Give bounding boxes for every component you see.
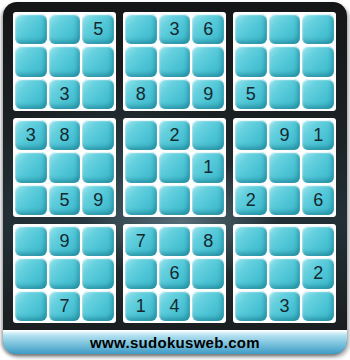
box-r3c1: 97 xyxy=(13,224,116,323)
cell-r2c4 xyxy=(125,46,157,76)
cell-r2c2 xyxy=(49,46,81,76)
cell-r5c2 xyxy=(49,152,81,182)
cell-r9c3 xyxy=(82,291,114,321)
cell-r4c2: 8 xyxy=(49,120,81,150)
cell-r8c4 xyxy=(125,258,157,288)
cell-r6c7: 2 xyxy=(235,185,267,215)
cell-r1c1 xyxy=(15,14,47,44)
box-r1c1: 53 xyxy=(13,12,116,111)
cell-r8c5: 6 xyxy=(159,258,191,288)
cell-r3c6: 9 xyxy=(192,79,224,109)
box-r1c3: 5 xyxy=(233,12,336,111)
cell-r6c2: 5 xyxy=(49,185,81,215)
cell-r7c5 xyxy=(159,226,191,256)
box-r3c3: 23 xyxy=(233,224,336,323)
cell-r7c8 xyxy=(269,226,301,256)
cell-r1c8 xyxy=(269,14,301,44)
cell-r1c4 xyxy=(125,14,157,44)
cell-r1c7 xyxy=(235,14,267,44)
cell-r9c5: 4 xyxy=(159,291,191,321)
cell-r2c3 xyxy=(82,46,114,76)
cell-r5c7 xyxy=(235,152,267,182)
cell-r8c3 xyxy=(82,258,114,288)
cell-r5c5 xyxy=(159,152,191,182)
cell-r2c9 xyxy=(302,46,334,76)
cell-r3c3 xyxy=(82,79,114,109)
website-link[interactable]: www.sudokusweb.com xyxy=(90,334,260,351)
cell-r2c7 xyxy=(235,46,267,76)
cell-r5c4 xyxy=(125,152,157,182)
cell-r4c9: 1 xyxy=(302,120,334,150)
cell-r2c5 xyxy=(159,46,191,76)
cell-r4c5: 2 xyxy=(159,120,191,150)
cell-r6c1 xyxy=(15,185,47,215)
box-r2c3: 9126 xyxy=(233,118,336,217)
cell-r7c3 xyxy=(82,226,114,256)
cell-r7c2: 9 xyxy=(49,226,81,256)
cell-r4c1: 3 xyxy=(15,120,47,150)
cell-r2c1 xyxy=(15,46,47,76)
cell-r4c4 xyxy=(125,120,157,150)
cell-r4c7 xyxy=(235,120,267,150)
cell-r7c6: 8 xyxy=(192,226,224,256)
cell-r6c6 xyxy=(192,185,224,215)
cell-r3c9 xyxy=(302,79,334,109)
cell-r6c8 xyxy=(269,185,301,215)
box-r1c2: 3689 xyxy=(123,12,226,111)
cell-r8c1 xyxy=(15,258,47,288)
cell-r3c2: 3 xyxy=(49,79,81,109)
cell-r8c2 xyxy=(49,258,81,288)
sudoku-board-panel: 53368953859219126977861423 www.sudokuswe… xyxy=(3,2,347,354)
cell-r9c7 xyxy=(235,291,267,321)
cell-r1c2 xyxy=(49,14,81,44)
cell-r6c9: 6 xyxy=(302,185,334,215)
cell-r9c1 xyxy=(15,291,47,321)
cell-r3c7: 5 xyxy=(235,79,267,109)
cell-r5c8 xyxy=(269,152,301,182)
box-r2c2: 21 xyxy=(123,118,226,217)
cell-r8c9: 2 xyxy=(302,258,334,288)
cell-r7c9 xyxy=(302,226,334,256)
cell-r9c8: 3 xyxy=(269,291,301,321)
sudoku-board: 53368953859219126977861423 xyxy=(13,12,336,323)
cell-r5c9 xyxy=(302,152,334,182)
cell-r8c6 xyxy=(192,258,224,288)
cell-r9c2: 7 xyxy=(49,291,81,321)
cell-r5c3 xyxy=(82,152,114,182)
box-r2c1: 3859 xyxy=(13,118,116,217)
cell-r6c5 xyxy=(159,185,191,215)
cell-r5c1 xyxy=(15,152,47,182)
cell-r9c9 xyxy=(302,291,334,321)
cell-r3c5 xyxy=(159,79,191,109)
cell-r2c6 xyxy=(192,46,224,76)
cell-r6c3: 9 xyxy=(82,185,114,215)
cell-r5c6: 1 xyxy=(192,152,224,182)
cell-r3c8 xyxy=(269,79,301,109)
cell-r9c4: 1 xyxy=(125,291,157,321)
cell-r8c8 xyxy=(269,258,301,288)
cell-r7c1 xyxy=(15,226,47,256)
cell-r7c7 xyxy=(235,226,267,256)
cell-r4c6 xyxy=(192,120,224,150)
cell-r1c5: 3 xyxy=(159,14,191,44)
cell-r8c7 xyxy=(235,258,267,288)
cell-r4c8: 9 xyxy=(269,120,301,150)
box-r3c2: 78614 xyxy=(123,224,226,323)
cell-r3c4: 8 xyxy=(125,79,157,109)
cell-r4c3 xyxy=(82,120,114,150)
cell-r1c3: 5 xyxy=(82,14,114,44)
cell-r3c1 xyxy=(15,79,47,109)
cell-r1c9 xyxy=(302,14,334,44)
cell-r7c4: 7 xyxy=(125,226,157,256)
cell-r6c4 xyxy=(125,185,157,215)
sudoku-page: 53368953859219126977861423 www.sudokuswe… xyxy=(0,0,350,360)
cell-r1c6: 6 xyxy=(192,14,224,44)
cell-r9c6 xyxy=(192,291,224,321)
footer-bar: www.sudokusweb.com xyxy=(3,330,347,354)
cell-r2c8 xyxy=(269,46,301,76)
